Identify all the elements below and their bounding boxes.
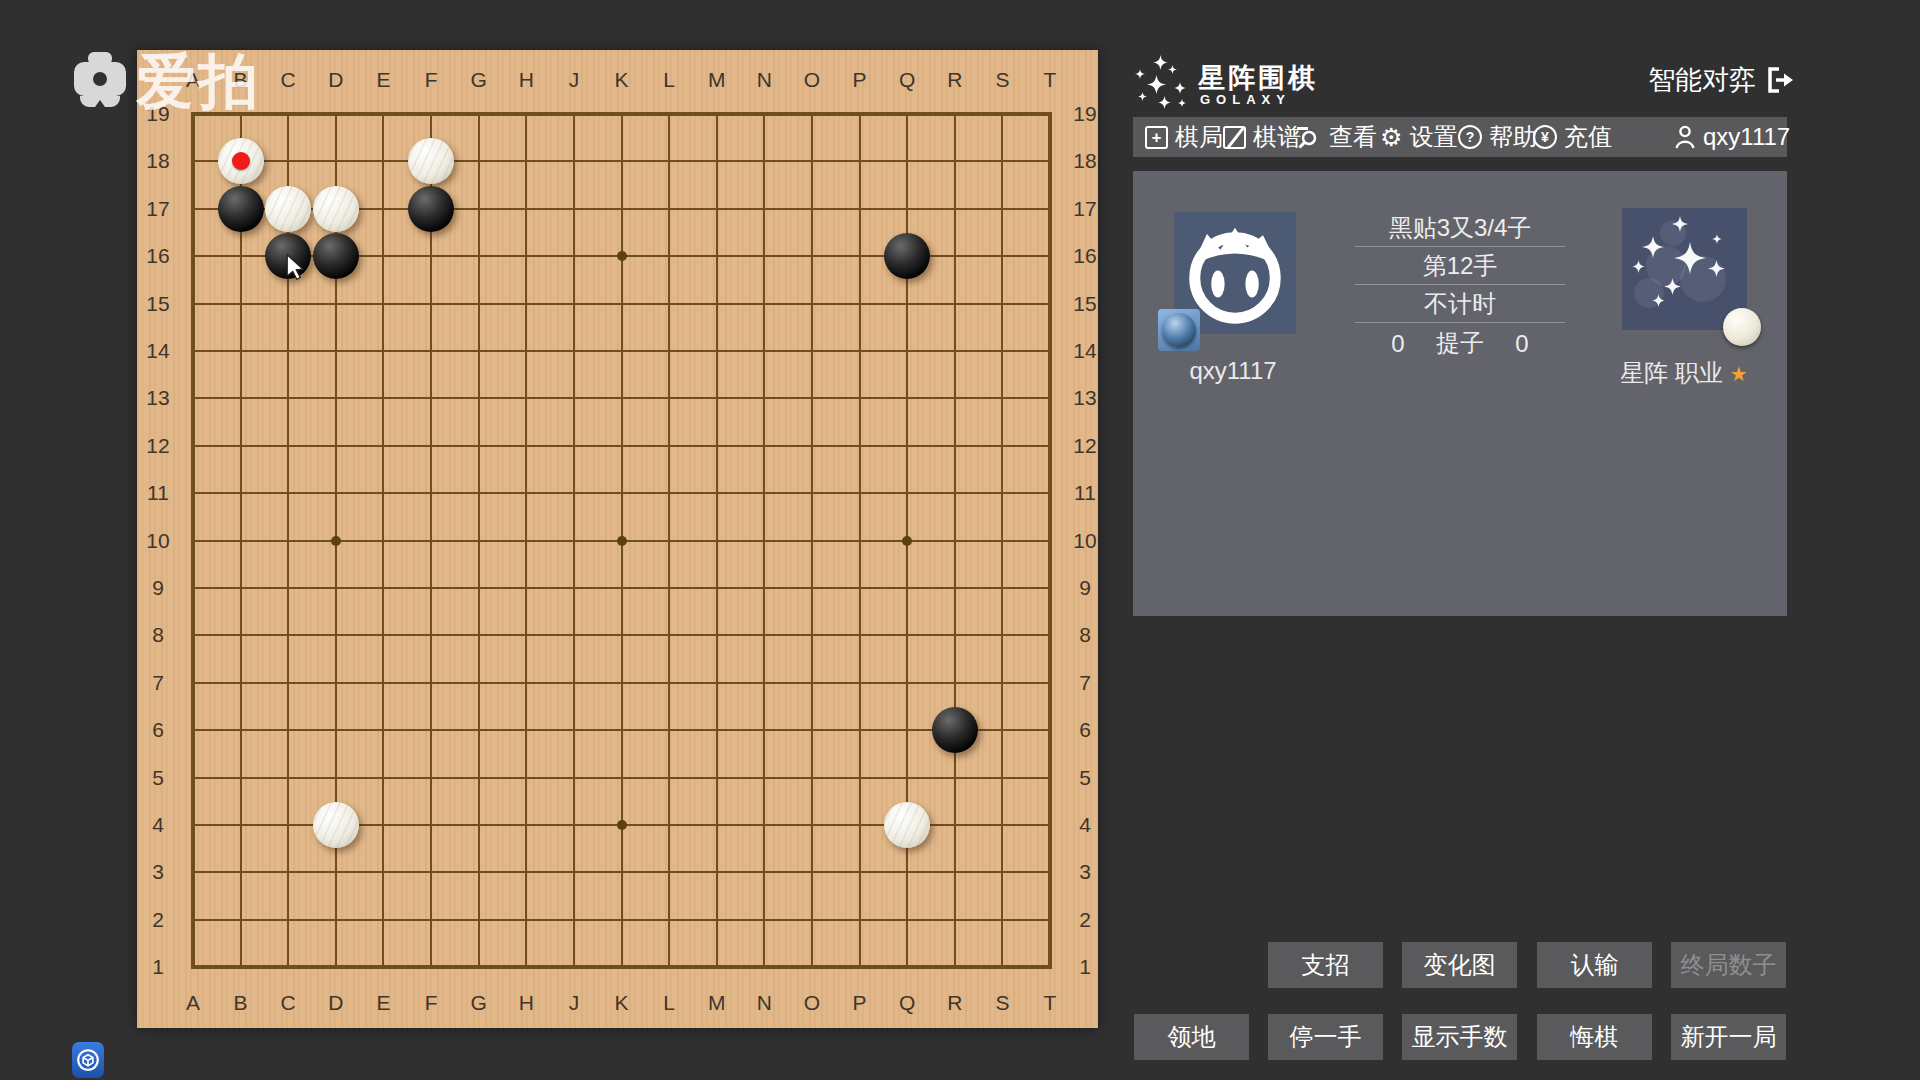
row-label: 1 (1070, 955, 1100, 979)
stone-black-R6 (932, 707, 978, 753)
col-label: S (987, 68, 1017, 92)
action-button-hint[interactable]: 支招 (1268, 942, 1383, 988)
sparkle-icon (1632, 260, 1645, 273)
col-label: O (797, 991, 827, 1015)
star-point-K10 (617, 536, 627, 546)
col-label: M (702, 991, 732, 1015)
black-player-name: qxy1117 (1153, 357, 1313, 385)
game-info-panel: qxy1117 黑贴3又3/4子 第12手 不计时 0 提子 0 星阵 职业 ★ (1133, 171, 1787, 616)
action-button-pass[interactable]: 停一手 (1268, 1014, 1383, 1060)
action-button-move-numbers[interactable]: 显示手数 (1402, 1014, 1517, 1060)
grid-line-h (191, 919, 1052, 921)
col-label: N (749, 68, 779, 92)
row-label: 2 (143, 908, 173, 932)
sparkle-icon (1674, 242, 1706, 274)
search-review-icon (1296, 125, 1322, 150)
captures-label: 提子 (1420, 330, 1500, 356)
stone-black-Q16 (884, 233, 930, 279)
action-button-final-count: 终局数子 (1671, 942, 1786, 988)
komi-label: 黑贴3又3/4子 (1355, 215, 1565, 241)
sparkle-icon (1174, 82, 1186, 94)
row-label: 4 (1070, 813, 1100, 837)
sparkle-icon (1138, 92, 1147, 101)
menu-item-label: 充值 (1564, 121, 1612, 153)
col-label: K (607, 68, 637, 92)
white-player-name: 星阵 职业 ★ (1584, 357, 1784, 389)
menu-item-record[interactable]: 棋谱 (1223, 117, 1301, 157)
action-button-new-game[interactable]: 新开一局 (1671, 1014, 1786, 1060)
golaxy-logo-icon (1133, 55, 1191, 110)
grid-line-h (191, 682, 1052, 684)
mode-label: 智能对弈 (1648, 62, 1756, 98)
grid-line-h (191, 965, 1052, 969)
menu-item-label: 棋谱 (1253, 121, 1301, 153)
col-label: R (940, 68, 970, 92)
menu-bar: qxy1117 +棋局棋谱查看⚙设置?帮助¥充值 (1133, 117, 1787, 157)
row-label: 17 (143, 197, 173, 221)
col-label: J (559, 991, 589, 1015)
star-point-Q10 (902, 536, 912, 546)
app-title: 星阵围棋 (1198, 60, 1318, 96)
col-label: E (368, 68, 398, 92)
menu-item-board[interactable]: +棋局 (1145, 117, 1223, 157)
col-label: D (321, 68, 351, 92)
stone-white-C17 (265, 186, 311, 232)
row-label: 9 (1070, 576, 1100, 600)
yen-icon: ¥ (1533, 125, 1557, 149)
notebook-pen-icon (1223, 126, 1246, 149)
row-label: 9 (143, 576, 173, 600)
sparkle-icon (1153, 55, 1168, 70)
col-label: J (559, 68, 589, 92)
divider (1355, 322, 1565, 323)
col-label: M (702, 68, 732, 92)
pro-star-icon: ★ (1730, 363, 1748, 385)
col-label: N (749, 991, 779, 1015)
row-label: 10 (1070, 529, 1100, 553)
col-label: C (273, 991, 303, 1015)
recorder-cube-icon[interactable] (72, 1042, 104, 1078)
col-label: L (654, 68, 684, 92)
sparkle-icon (1672, 216, 1688, 232)
action-button-resign[interactable]: 认输 (1537, 942, 1652, 988)
gear-icon: ⚙ (1380, 125, 1402, 150)
row-label: 19 (1070, 102, 1100, 126)
row-label: 18 (1070, 149, 1100, 173)
menu-item-label: 帮助 (1489, 121, 1537, 153)
action-button-territory[interactable]: 领地 (1134, 1014, 1249, 1060)
menu-item-settings[interactable]: ⚙设置 (1380, 117, 1457, 157)
col-label: B (226, 68, 256, 92)
go-board[interactable]: AA1919BB1818CC1717DD1616EE1515FF1414GG13… (137, 50, 1098, 1028)
row-label: 15 (143, 292, 173, 316)
row-label: 17 (1070, 197, 1100, 221)
time-label: 不计时 (1355, 291, 1565, 317)
col-label: P (845, 991, 875, 1015)
grid-line-v (859, 112, 861, 969)
row-label: 6 (1070, 718, 1100, 742)
action-button-variation[interactable]: 变化图 (1402, 942, 1517, 988)
grid-line-v (668, 112, 670, 969)
stone-black-D16 (313, 233, 359, 279)
row-label: 7 (1070, 671, 1100, 695)
col-label: P (845, 68, 875, 92)
menu-item-label: 棋局 (1175, 121, 1223, 153)
white-stone-badge-icon (1723, 308, 1761, 346)
row-label: 4 (143, 813, 173, 837)
row-label: 16 (143, 244, 173, 268)
grid-line-h (191, 587, 1052, 589)
stone-white-D17 (313, 186, 359, 232)
row-label: 11 (1070, 481, 1100, 505)
stone-black-B17 (218, 186, 264, 232)
square-plus-icon: + (1145, 126, 1168, 149)
row-label: 14 (1070, 339, 1100, 363)
row-label: 12 (1070, 434, 1100, 458)
black-captures-count: 0 (1378, 330, 1418, 358)
app-subtitle: GOLAXY (1200, 92, 1291, 107)
col-label: G (464, 991, 494, 1015)
row-label: 1 (143, 955, 173, 979)
row-label: 8 (143, 623, 173, 647)
col-label: A (178, 68, 208, 92)
row-label: 19 (143, 102, 173, 126)
app-window: AA1919BB1818CC1717DD1616EE1515FF1414GG13… (0, 0, 1920, 1080)
menu-item-review[interactable]: 查看 (1296, 117, 1377, 157)
row-label: 15 (1070, 292, 1100, 316)
col-label: F (416, 68, 446, 92)
stone-white-F18 (408, 138, 454, 184)
row-label: 3 (143, 860, 173, 884)
grid-line-h (191, 634, 1052, 636)
aipai-mascot-icon (74, 52, 126, 110)
sparkle-icon (1708, 260, 1725, 277)
row-label: 12 (143, 434, 173, 458)
row-label: 16 (1070, 244, 1100, 268)
row-label: 7 (143, 671, 173, 695)
col-label: L (654, 991, 684, 1015)
col-label: O (797, 68, 827, 92)
col-label: Q (892, 991, 922, 1015)
grid-line-v (763, 112, 765, 969)
grid-line-h (191, 729, 1052, 731)
divider (1355, 246, 1565, 247)
white-captures-count: 0 (1502, 330, 1542, 358)
sparkle-icon (1652, 294, 1665, 307)
sparkle-icon (1664, 278, 1681, 295)
menu-item-help[interactable]: ?帮助 (1458, 117, 1537, 157)
mode-exit-button[interactable]: 智能对弈 (1648, 62, 1795, 98)
stone-black-C16 (265, 233, 311, 279)
row-label: 11 (143, 481, 173, 505)
move-number-label: 第12手 (1355, 253, 1565, 279)
row-label: 2 (1070, 908, 1100, 932)
row-label: 13 (1070, 386, 1100, 410)
sparkle-icon (1168, 65, 1177, 74)
col-label: T (1035, 991, 1065, 1015)
action-button-undo[interactable]: 悔棋 (1537, 1014, 1652, 1060)
grid-line-v (1001, 112, 1003, 969)
grid-line-v (954, 112, 956, 969)
sparkle-icon (1147, 75, 1166, 94)
row-label: 5 (1070, 766, 1100, 790)
col-label: R (940, 991, 970, 1015)
col-label: D (321, 991, 351, 1015)
row-label: 10 (143, 529, 173, 553)
row-label: 5 (143, 766, 173, 790)
col-label: G (464, 68, 494, 92)
last-move-marker (232, 152, 250, 170)
black-turn-badge (1158, 309, 1200, 351)
col-label: B (226, 991, 256, 1015)
col-label: H (511, 68, 541, 92)
stone-white-D4 (313, 802, 359, 848)
col-label: K (607, 991, 637, 1015)
star-point-D10 (331, 536, 341, 546)
question-icon: ? (1458, 125, 1482, 149)
black-stone-badge-icon (1162, 313, 1196, 347)
grid-line-v (716, 112, 718, 969)
grid-line-h (191, 871, 1052, 873)
sparkle-icon (1158, 96, 1171, 109)
col-label: H (511, 991, 541, 1015)
stone-white-Q4 (884, 802, 930, 848)
grid-line-h (191, 777, 1052, 779)
col-label: E (368, 991, 398, 1015)
sparkle-icon (1712, 234, 1722, 244)
grid-line-v (1048, 112, 1052, 969)
row-label: 13 (143, 386, 173, 410)
col-label: F (416, 991, 446, 1015)
logout-icon (1765, 66, 1795, 94)
col-label: T (1035, 68, 1065, 92)
star-point-K4 (617, 820, 627, 830)
menu-item-label: 查看 (1329, 121, 1377, 153)
menu-user-account[interactable]: qxy1117 (1674, 117, 1790, 157)
row-label: 14 (143, 339, 173, 363)
sparkle-icon (1642, 236, 1664, 258)
col-label: S (987, 991, 1017, 1015)
person-icon (1674, 124, 1696, 150)
user-name: qxy1117 (1703, 123, 1790, 151)
stone-black-F17 (408, 186, 454, 232)
row-label: 18 (143, 149, 173, 173)
star-point-K16 (617, 251, 627, 261)
menu-item-label: 设置 (1409, 121, 1457, 153)
divider (1355, 284, 1565, 285)
sparkle-icon (1135, 69, 1145, 79)
row-label: 3 (1070, 860, 1100, 884)
col-label: Q (892, 68, 922, 92)
col-label: A (178, 991, 208, 1015)
white-player-avatar (1622, 208, 1747, 330)
grid-line-v (811, 112, 813, 969)
menu-item-recharge[interactable]: ¥充值 (1533, 117, 1612, 157)
col-label: C (273, 68, 303, 92)
sparkle-icon (1178, 99, 1186, 107)
row-label: 6 (143, 718, 173, 742)
row-label: 8 (1070, 623, 1100, 647)
